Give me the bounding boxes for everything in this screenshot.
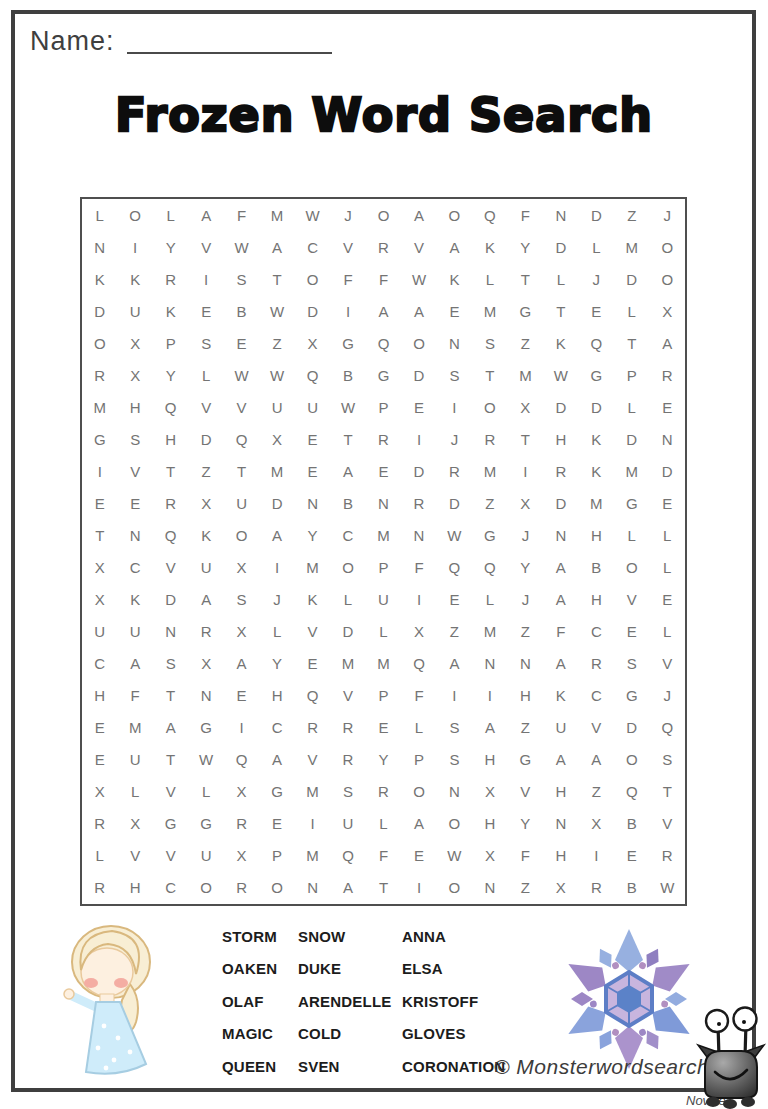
grid-cell[interactable]: R bbox=[366, 423, 401, 455]
grid-cell[interactable]: P bbox=[401, 744, 436, 776]
grid-cell[interactable]: Q bbox=[472, 552, 507, 584]
grid-cell[interactable]: C bbox=[153, 872, 188, 904]
grid-cell[interactable]: H bbox=[117, 391, 152, 423]
grid-cell[interactable]: U bbox=[188, 552, 223, 584]
grid-cell[interactable]: X bbox=[188, 648, 223, 680]
grid-cell[interactable]: E bbox=[614, 840, 649, 872]
grid-cell[interactable]: O bbox=[401, 776, 436, 808]
grid-cell[interactable]: Y bbox=[153, 359, 188, 391]
grid-cell[interactable]: T bbox=[366, 872, 401, 904]
grid-cell[interactable]: V bbox=[117, 455, 152, 487]
grid-cell[interactable]: E bbox=[82, 487, 117, 519]
grid-cell[interactable]: Q bbox=[153, 391, 188, 423]
grid-cell[interactable]: X bbox=[295, 327, 330, 359]
grid-cell[interactable]: C bbox=[82, 648, 117, 680]
grid-cell[interactable]: E bbox=[259, 808, 294, 840]
grid-cell[interactable]: Z bbox=[579, 776, 614, 808]
grid-cell[interactable]: H bbox=[472, 808, 507, 840]
grid-cell[interactable]: S bbox=[437, 359, 472, 391]
grid-cell[interactable]: T bbox=[153, 680, 188, 712]
grid-cell[interactable]: D bbox=[543, 391, 578, 423]
grid-cell[interactable]: J bbox=[259, 584, 294, 616]
grid-cell[interactable]: U bbox=[188, 840, 223, 872]
grid-cell[interactable]: O bbox=[259, 872, 294, 904]
grid-cell[interactable]: V bbox=[188, 231, 223, 263]
grid-cell[interactable]: W bbox=[259, 295, 294, 327]
grid-cell[interactable]: R bbox=[330, 712, 365, 744]
grid-cell[interactable]: C bbox=[579, 616, 614, 648]
grid-cell[interactable]: A bbox=[543, 648, 578, 680]
grid-cell[interactable]: G bbox=[579, 359, 614, 391]
grid-cell[interactable]: F bbox=[508, 199, 543, 231]
grid-cell[interactable]: M bbox=[259, 199, 294, 231]
grid-cell[interactable]: O bbox=[188, 872, 223, 904]
grid-cell[interactable]: U bbox=[259, 391, 294, 423]
grid-cell[interactable]: N bbox=[153, 616, 188, 648]
grid-cell[interactable]: F bbox=[401, 680, 436, 712]
grid-cell[interactable]: V bbox=[650, 648, 685, 680]
grid-cell[interactable]: L bbox=[366, 616, 401, 648]
grid-cell[interactable]: A bbox=[153, 712, 188, 744]
grid-cell[interactable]: N bbox=[543, 199, 578, 231]
name-blank-line[interactable] bbox=[127, 52, 332, 54]
grid-cell[interactable]: W bbox=[543, 359, 578, 391]
grid-cell[interactable]: U bbox=[117, 616, 152, 648]
grid-cell[interactable]: A bbox=[259, 744, 294, 776]
grid-cell[interactable]: S bbox=[650, 744, 685, 776]
grid-cell[interactable]: D bbox=[330, 616, 365, 648]
grid-cell[interactable]: R bbox=[579, 648, 614, 680]
grid-cell[interactable]: D bbox=[188, 423, 223, 455]
grid-cell[interactable]: M bbox=[295, 776, 330, 808]
grid-cell[interactable]: O bbox=[472, 391, 507, 423]
grid-cell[interactable]: S bbox=[614, 648, 649, 680]
grid-cell[interactable]: F bbox=[366, 263, 401, 295]
grid-cell[interactable]: D bbox=[614, 263, 649, 295]
grid-cell[interactable]: O bbox=[295, 263, 330, 295]
grid-cell[interactable]: A bbox=[401, 295, 436, 327]
grid-cell[interactable]: J bbox=[437, 423, 472, 455]
grid-cell[interactable]: V bbox=[614, 584, 649, 616]
grid-cell[interactable]: K bbox=[117, 263, 152, 295]
grid-cell[interactable]: H bbox=[82, 680, 117, 712]
grid-cell[interactable]: O bbox=[650, 231, 685, 263]
grid-cell[interactable]: V bbox=[579, 712, 614, 744]
grid-cell[interactable]: W bbox=[259, 359, 294, 391]
grid-cell[interactable]: L bbox=[650, 616, 685, 648]
grid-cell[interactable]: M bbox=[508, 359, 543, 391]
grid-cell[interactable]: X bbox=[508, 487, 543, 519]
grid-cell[interactable]: Z bbox=[508, 712, 543, 744]
grid-cell[interactable]: L bbox=[188, 359, 223, 391]
grid-cell[interactable]: T bbox=[259, 263, 294, 295]
grid-cell[interactable]: O bbox=[401, 327, 436, 359]
grid-cell[interactable]: U bbox=[295, 391, 330, 423]
grid-cell[interactable]: N bbox=[437, 327, 472, 359]
grid-cell[interactable]: B bbox=[614, 808, 649, 840]
grid-cell[interactable]: U bbox=[330, 808, 365, 840]
grid-cell[interactable]: Y bbox=[153, 231, 188, 263]
grid-cell[interactable]: O bbox=[224, 519, 259, 551]
grid-cell[interactable]: Q bbox=[650, 712, 685, 744]
grid-cell[interactable]: M bbox=[259, 455, 294, 487]
grid-cell[interactable]: B bbox=[224, 295, 259, 327]
grid-cell[interactable]: X bbox=[117, 327, 152, 359]
grid-cell[interactable]: N bbox=[117, 519, 152, 551]
grid-cell[interactable]: R bbox=[650, 359, 685, 391]
grid-cell[interactable]: V bbox=[224, 391, 259, 423]
grid-cell[interactable]: W bbox=[650, 872, 685, 904]
grid-cell[interactable]: N bbox=[472, 648, 507, 680]
grid-cell[interactable]: R bbox=[153, 263, 188, 295]
grid-cell[interactable]: T bbox=[472, 359, 507, 391]
grid-cell[interactable]: Z bbox=[259, 327, 294, 359]
grid-cell[interactable]: L bbox=[472, 584, 507, 616]
grid-cell[interactable]: R bbox=[650, 840, 685, 872]
grid-cell[interactable]: E bbox=[366, 712, 401, 744]
grid-cell[interactable]: K bbox=[82, 263, 117, 295]
grid-cell[interactable]: U bbox=[366, 584, 401, 616]
grid-cell[interactable]: N bbox=[295, 487, 330, 519]
grid-cell[interactable]: R bbox=[82, 808, 117, 840]
grid-cell[interactable]: I bbox=[401, 584, 436, 616]
grid-cell[interactable]: O bbox=[437, 199, 472, 231]
grid-cell[interactable]: K bbox=[543, 327, 578, 359]
grid-cell[interactable]: H bbox=[472, 744, 507, 776]
grid-cell[interactable]: H bbox=[543, 840, 578, 872]
grid-cell[interactable]: T bbox=[153, 455, 188, 487]
grid-cell[interactable]: H bbox=[508, 680, 543, 712]
grid-cell[interactable]: O bbox=[650, 263, 685, 295]
grid-cell[interactable]: B bbox=[614, 872, 649, 904]
grid-cell[interactable]: M bbox=[472, 455, 507, 487]
grid-cell[interactable]: L bbox=[117, 776, 152, 808]
grid-cell[interactable]: Y bbox=[259, 648, 294, 680]
grid-cell[interactable]: X bbox=[650, 295, 685, 327]
grid-cell[interactable]: D bbox=[614, 712, 649, 744]
grid-cell[interactable]: T bbox=[543, 295, 578, 327]
grid-cell[interactable]: A bbox=[579, 744, 614, 776]
grid-cell[interactable]: Y bbox=[366, 744, 401, 776]
grid-cell[interactable]: A bbox=[401, 199, 436, 231]
grid-cell[interactable]: I bbox=[295, 808, 330, 840]
grid-cell[interactable]: X bbox=[508, 391, 543, 423]
grid-cell[interactable]: W bbox=[224, 231, 259, 263]
grid-cell[interactable]: Y bbox=[508, 231, 543, 263]
grid-cell[interactable]: G bbox=[508, 295, 543, 327]
grid-cell[interactable]: L bbox=[82, 199, 117, 231]
grid-cell[interactable]: J bbox=[579, 263, 614, 295]
grid-cell[interactable]: W bbox=[188, 744, 223, 776]
grid-cell[interactable]: A bbox=[650, 327, 685, 359]
grid-cell[interactable]: E bbox=[188, 295, 223, 327]
grid-cell[interactable]: F bbox=[224, 199, 259, 231]
grid-cell[interactable]: X bbox=[117, 359, 152, 391]
grid-cell[interactable]: G bbox=[259, 776, 294, 808]
grid-cell[interactable]: E bbox=[614, 616, 649, 648]
grid-cell[interactable]: E bbox=[295, 423, 330, 455]
grid-cell[interactable]: P bbox=[614, 359, 649, 391]
grid-cell[interactable]: Z bbox=[614, 199, 649, 231]
grid-cell[interactable]: V bbox=[401, 231, 436, 263]
grid-cell[interactable]: A bbox=[330, 455, 365, 487]
grid-cell[interactable]: Y bbox=[295, 519, 330, 551]
grid-cell[interactable]: X bbox=[472, 776, 507, 808]
grid-cell[interactable]: Q bbox=[330, 840, 365, 872]
grid-cell[interactable]: M bbox=[82, 391, 117, 423]
grid-cell[interactable]: G bbox=[153, 808, 188, 840]
grid-cell[interactable]: U bbox=[117, 295, 152, 327]
grid-cell[interactable]: K bbox=[153, 295, 188, 327]
grid-cell[interactable]: T bbox=[82, 519, 117, 551]
grid-cell[interactable]: A bbox=[259, 519, 294, 551]
grid-cell[interactable]: Z bbox=[472, 487, 507, 519]
grid-cell[interactable]: D bbox=[543, 231, 578, 263]
grid-cell[interactable]: O bbox=[366, 199, 401, 231]
grid-cell[interactable]: R bbox=[82, 359, 117, 391]
grid-cell[interactable]: A bbox=[437, 648, 472, 680]
grid-cell[interactable]: L bbox=[259, 616, 294, 648]
grid-cell[interactable]: H bbox=[579, 584, 614, 616]
grid-cell[interactable]: V bbox=[153, 552, 188, 584]
grid-cell[interactable]: P bbox=[153, 327, 188, 359]
grid-cell[interactable]: A bbox=[366, 295, 401, 327]
grid-cell[interactable]: H bbox=[153, 423, 188, 455]
grid-cell[interactable]: L bbox=[614, 519, 649, 551]
grid-cell[interactable]: O bbox=[330, 552, 365, 584]
grid-cell[interactable]: D bbox=[437, 487, 472, 519]
grid-cell[interactable]: A bbox=[224, 648, 259, 680]
grid-cell[interactable]: C bbox=[579, 680, 614, 712]
grid-cell[interactable]: M bbox=[295, 840, 330, 872]
grid-cell[interactable]: X bbox=[579, 808, 614, 840]
grid-cell[interactable]: L bbox=[614, 391, 649, 423]
grid-cell[interactable]: A bbox=[330, 872, 365, 904]
grid-cell[interactable]: J bbox=[508, 584, 543, 616]
grid-cell[interactable]: W bbox=[437, 519, 472, 551]
grid-cell[interactable]: O bbox=[437, 808, 472, 840]
grid-cell[interactable]: I bbox=[508, 455, 543, 487]
grid-cell[interactable]: D bbox=[650, 455, 685, 487]
grid-cell[interactable]: Q bbox=[401, 648, 436, 680]
grid-cell[interactable]: E bbox=[437, 584, 472, 616]
grid-cell[interactable]: N bbox=[437, 776, 472, 808]
grid-cell[interactable]: M bbox=[472, 616, 507, 648]
grid-cell[interactable]: Z bbox=[437, 616, 472, 648]
grid-cell[interactable]: X bbox=[224, 776, 259, 808]
grid-cell[interactable]: Z bbox=[508, 616, 543, 648]
grid-cell[interactable]: F bbox=[401, 552, 436, 584]
grid-cell[interactable]: E bbox=[224, 680, 259, 712]
grid-cell[interactable]: E bbox=[579, 295, 614, 327]
grid-cell[interactable]: G bbox=[614, 680, 649, 712]
grid-cell[interactable]: Z bbox=[188, 455, 223, 487]
grid-cell[interactable]: X bbox=[224, 616, 259, 648]
grid-cell[interactable]: I bbox=[188, 263, 223, 295]
grid-cell[interactable]: P bbox=[259, 840, 294, 872]
grid-cell[interactable]: A bbox=[188, 199, 223, 231]
grid-cell[interactable]: L bbox=[401, 712, 436, 744]
grid-cell[interactable]: Q bbox=[366, 327, 401, 359]
grid-cell[interactable]: N bbox=[543, 519, 578, 551]
grid-cell[interactable]: H bbox=[579, 519, 614, 551]
grid-cell[interactable]: A bbox=[543, 552, 578, 584]
grid-cell[interactable]: R bbox=[579, 872, 614, 904]
grid-cell[interactable]: S bbox=[153, 648, 188, 680]
grid-cell[interactable]: S bbox=[224, 584, 259, 616]
grid-cell[interactable]: N bbox=[295, 872, 330, 904]
grid-cell[interactable]: S bbox=[437, 712, 472, 744]
grid-cell[interactable]: G bbox=[366, 359, 401, 391]
grid-cell[interactable]: X bbox=[224, 552, 259, 584]
grid-cell[interactable]: L bbox=[188, 776, 223, 808]
grid-cell[interactable]: Q bbox=[153, 519, 188, 551]
grid-cell[interactable]: M bbox=[614, 231, 649, 263]
grid-cell[interactable]: V bbox=[508, 776, 543, 808]
grid-cell[interactable]: X bbox=[224, 840, 259, 872]
grid-cell[interactable]: L bbox=[650, 519, 685, 551]
grid-cell[interactable]: O bbox=[614, 552, 649, 584]
grid-cell[interactable]: K bbox=[117, 584, 152, 616]
grid-cell[interactable]: X bbox=[188, 487, 223, 519]
grid-cell[interactable]: K bbox=[543, 680, 578, 712]
grid-cell[interactable]: F bbox=[117, 680, 152, 712]
grid-cell[interactable]: O bbox=[614, 744, 649, 776]
grid-cell[interactable]: M bbox=[366, 519, 401, 551]
grid-cell[interactable]: V bbox=[153, 776, 188, 808]
grid-cell[interactable]: K bbox=[579, 423, 614, 455]
grid-cell[interactable]: G bbox=[614, 487, 649, 519]
grid-cell[interactable]: A bbox=[117, 648, 152, 680]
grid-cell[interactable]: X bbox=[259, 423, 294, 455]
grid-cell[interactable]: L bbox=[614, 295, 649, 327]
grid-cell[interactable]: I bbox=[472, 680, 507, 712]
grid-cell[interactable]: I bbox=[259, 552, 294, 584]
grid-cell[interactable]: X bbox=[82, 776, 117, 808]
grid-cell[interactable]: R bbox=[366, 776, 401, 808]
grid-cell[interactable]: N bbox=[82, 231, 117, 263]
grid-cell[interactable]: O bbox=[437, 872, 472, 904]
grid-cell[interactable]: R bbox=[82, 872, 117, 904]
grid-cell[interactable]: X bbox=[472, 840, 507, 872]
grid-cell[interactable]: I bbox=[401, 872, 436, 904]
grid-cell[interactable]: I bbox=[437, 680, 472, 712]
grid-cell[interactable]: F bbox=[508, 840, 543, 872]
grid-cell[interactable]: E bbox=[437, 295, 472, 327]
grid-cell[interactable]: R bbox=[401, 487, 436, 519]
grid-cell[interactable]: V bbox=[295, 744, 330, 776]
grid-cell[interactable]: W bbox=[401, 263, 436, 295]
grid-cell[interactable]: P bbox=[366, 680, 401, 712]
grid-cell[interactable]: S bbox=[117, 423, 152, 455]
grid-cell[interactable]: K bbox=[188, 519, 223, 551]
grid-cell[interactable]: R bbox=[153, 487, 188, 519]
grid-cell[interactable]: G bbox=[472, 519, 507, 551]
grid-cell[interactable]: L bbox=[543, 263, 578, 295]
grid-cell[interactable]: R bbox=[224, 808, 259, 840]
grid-cell[interactable]: L bbox=[330, 584, 365, 616]
grid-cell[interactable]: D bbox=[82, 295, 117, 327]
grid-cell[interactable]: L bbox=[472, 263, 507, 295]
grid-cell[interactable]: D bbox=[579, 391, 614, 423]
grid-cell[interactable]: G bbox=[508, 744, 543, 776]
grid-cell[interactable]: M bbox=[295, 552, 330, 584]
grid-cell[interactable]: Q bbox=[614, 776, 649, 808]
grid-cell[interactable]: M bbox=[614, 455, 649, 487]
grid-cell[interactable]: D bbox=[579, 199, 614, 231]
grid-cell[interactable]: A bbox=[259, 231, 294, 263]
grid-cell[interactable]: V bbox=[330, 231, 365, 263]
grid-cell[interactable]: X bbox=[82, 552, 117, 584]
grid-cell[interactable]: M bbox=[472, 295, 507, 327]
grid-cell[interactable]: B bbox=[579, 552, 614, 584]
grid-cell[interactable]: G bbox=[188, 712, 223, 744]
grid-cell[interactable]: H bbox=[259, 680, 294, 712]
grid-cell[interactable]: D bbox=[153, 584, 188, 616]
grid-cell[interactable]: I bbox=[82, 455, 117, 487]
grid-cell[interactable]: R bbox=[295, 712, 330, 744]
grid-cell[interactable]: C bbox=[330, 519, 365, 551]
grid-cell[interactable]: R bbox=[188, 616, 223, 648]
grid-cell[interactable]: E bbox=[650, 487, 685, 519]
grid-cell[interactable]: R bbox=[437, 455, 472, 487]
grid-cell[interactable]: N bbox=[401, 519, 436, 551]
grid-cell[interactable]: H bbox=[117, 872, 152, 904]
grid-cell[interactable]: E bbox=[295, 455, 330, 487]
grid-cell[interactable]: F bbox=[366, 840, 401, 872]
grid-cell[interactable]: F bbox=[543, 616, 578, 648]
grid-cell[interactable]: E bbox=[295, 648, 330, 680]
grid-cell[interactable]: W bbox=[330, 391, 365, 423]
grid-cell[interactable]: X bbox=[82, 584, 117, 616]
grid-cell[interactable]: S bbox=[224, 263, 259, 295]
grid-cell[interactable]: Y bbox=[508, 552, 543, 584]
grid-cell[interactable]: X bbox=[543, 872, 578, 904]
grid-cell[interactable]: V bbox=[330, 680, 365, 712]
grid-cell[interactable]: I bbox=[401, 423, 436, 455]
grid-cell[interactable]: R bbox=[224, 872, 259, 904]
grid-cell[interactable]: R bbox=[472, 423, 507, 455]
grid-cell[interactable]: J bbox=[650, 680, 685, 712]
grid-cell[interactable]: C bbox=[295, 231, 330, 263]
grid-cell[interactable]: U bbox=[224, 487, 259, 519]
grid-cell[interactable]: S bbox=[188, 327, 223, 359]
grid-cell[interactable]: S bbox=[437, 744, 472, 776]
grid-cell[interactable]: M bbox=[579, 487, 614, 519]
grid-cell[interactable]: D bbox=[614, 423, 649, 455]
grid-cell[interactable]: W bbox=[295, 199, 330, 231]
grid-cell[interactable]: C bbox=[117, 552, 152, 584]
grid-cell[interactable]: J bbox=[650, 199, 685, 231]
grid-cell[interactable]: O bbox=[82, 327, 117, 359]
grid-cell[interactable]: D bbox=[543, 487, 578, 519]
grid-cell[interactable]: V bbox=[188, 391, 223, 423]
grid-cell[interactable]: T bbox=[614, 327, 649, 359]
grid-cell[interactable]: T bbox=[224, 455, 259, 487]
grid-cell[interactable]: A bbox=[437, 231, 472, 263]
grid-cell[interactable]: M bbox=[366, 648, 401, 680]
grid-cell[interactable]: V bbox=[295, 616, 330, 648]
grid-cell[interactable]: U bbox=[82, 616, 117, 648]
grid-cell[interactable]: X bbox=[401, 616, 436, 648]
grid-cell[interactable]: U bbox=[117, 744, 152, 776]
grid-cell[interactable]: G bbox=[188, 808, 223, 840]
grid-cell[interactable]: E bbox=[366, 455, 401, 487]
grid-cell[interactable]: V bbox=[153, 840, 188, 872]
grid-cell[interactable]: C bbox=[259, 712, 294, 744]
grid-cell[interactable]: D bbox=[401, 455, 436, 487]
grid-cell[interactable]: K bbox=[295, 584, 330, 616]
